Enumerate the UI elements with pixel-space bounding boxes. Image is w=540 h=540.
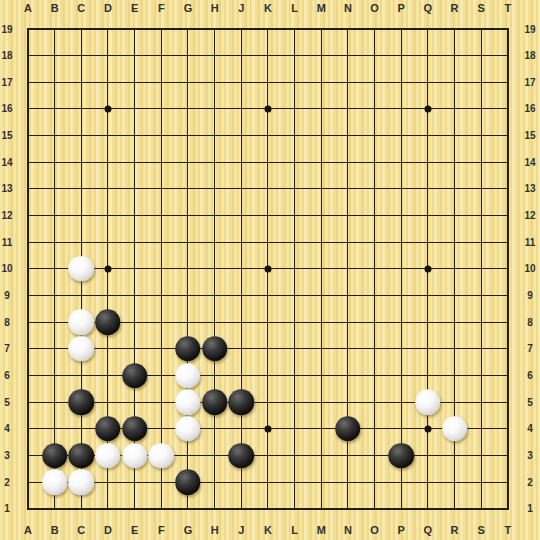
intersection-R6[interactable] bbox=[441, 362, 468, 389]
intersection-K3[interactable] bbox=[255, 442, 282, 469]
intersection-S8[interactable] bbox=[468, 309, 495, 336]
intersection-T2[interactable] bbox=[495, 469, 522, 496]
intersection-C5[interactable] bbox=[68, 389, 95, 416]
intersection-P11[interactable] bbox=[388, 229, 415, 256]
intersection-J15[interactable] bbox=[228, 122, 255, 149]
intersection-G7[interactable] bbox=[175, 336, 202, 363]
intersection-O8[interactable] bbox=[361, 309, 388, 336]
intersection-Q17[interactable] bbox=[415, 69, 442, 96]
intersection-L12[interactable] bbox=[281, 202, 308, 229]
intersection-O14[interactable] bbox=[361, 149, 388, 176]
intersection-K6[interactable] bbox=[255, 362, 282, 389]
black-stone-C5[interactable] bbox=[69, 389, 95, 415]
intersection-R17[interactable] bbox=[441, 69, 468, 96]
intersection-K17[interactable] bbox=[255, 69, 282, 96]
intersection-C4[interactable] bbox=[68, 416, 95, 443]
intersection-B17[interactable] bbox=[41, 69, 68, 96]
white-stone-C10[interactable] bbox=[69, 256, 95, 282]
intersection-A13[interactable] bbox=[15, 176, 42, 203]
black-stone-E4[interactable] bbox=[122, 416, 148, 442]
intersection-R5[interactable] bbox=[441, 389, 468, 416]
intersection-Q12[interactable] bbox=[415, 202, 442, 229]
intersection-C11[interactable] bbox=[68, 229, 95, 256]
intersection-H13[interactable] bbox=[201, 176, 228, 203]
intersection-H11[interactable] bbox=[201, 229, 228, 256]
intersection-N2[interactable] bbox=[335, 469, 362, 496]
intersection-O11[interactable] bbox=[361, 229, 388, 256]
intersection-T8[interactable] bbox=[495, 309, 522, 336]
intersection-B9[interactable] bbox=[41, 282, 68, 309]
intersection-D14[interactable] bbox=[95, 149, 122, 176]
intersection-L15[interactable] bbox=[281, 122, 308, 149]
intersection-A2[interactable] bbox=[15, 469, 42, 496]
intersection-R3[interactable] bbox=[441, 442, 468, 469]
intersection-Q13[interactable] bbox=[415, 176, 442, 203]
intersection-O2[interactable] bbox=[361, 469, 388, 496]
intersection-P8[interactable] bbox=[388, 309, 415, 336]
intersection-L10[interactable] bbox=[281, 256, 308, 283]
intersection-G12[interactable] bbox=[175, 202, 202, 229]
intersection-G5[interactable] bbox=[175, 389, 202, 416]
intersection-M4[interactable] bbox=[308, 416, 335, 443]
intersection-C7[interactable] bbox=[68, 336, 95, 363]
intersection-J2[interactable] bbox=[228, 469, 255, 496]
intersection-G2[interactable] bbox=[175, 469, 202, 496]
intersection-R14[interactable] bbox=[441, 149, 468, 176]
intersection-K14[interactable] bbox=[255, 149, 282, 176]
intersection-M3[interactable] bbox=[308, 442, 335, 469]
intersection-H12[interactable] bbox=[201, 202, 228, 229]
intersection-N6[interactable] bbox=[335, 362, 362, 389]
intersection-P12[interactable] bbox=[388, 202, 415, 229]
intersection-K1[interactable] bbox=[255, 496, 282, 523]
intersection-B4[interactable] bbox=[41, 416, 68, 443]
intersection-S4[interactable] bbox=[468, 416, 495, 443]
intersection-B15[interactable] bbox=[41, 122, 68, 149]
intersection-O19[interactable] bbox=[361, 16, 388, 43]
intersection-H5[interactable] bbox=[201, 389, 228, 416]
intersection-N14[interactable] bbox=[335, 149, 362, 176]
intersection-M18[interactable] bbox=[308, 42, 335, 69]
intersection-S17[interactable] bbox=[468, 69, 495, 96]
intersection-B12[interactable] bbox=[41, 202, 68, 229]
intersection-N16[interactable] bbox=[335, 96, 362, 123]
intersection-D9[interactable] bbox=[95, 282, 122, 309]
intersection-O3[interactable] bbox=[361, 442, 388, 469]
intersection-H4[interactable] bbox=[201, 416, 228, 443]
intersection-Q4[interactable] bbox=[415, 416, 442, 443]
intersection-R16[interactable] bbox=[441, 96, 468, 123]
intersection-L2[interactable] bbox=[281, 469, 308, 496]
intersection-J10[interactable] bbox=[228, 256, 255, 283]
intersection-F3[interactable] bbox=[148, 442, 175, 469]
intersection-Q9[interactable] bbox=[415, 282, 442, 309]
intersection-O13[interactable] bbox=[361, 176, 388, 203]
intersection-J6[interactable] bbox=[228, 362, 255, 389]
intersection-O17[interactable] bbox=[361, 69, 388, 96]
intersection-B8[interactable] bbox=[41, 309, 68, 336]
intersection-D6[interactable] bbox=[95, 362, 122, 389]
intersection-D12[interactable] bbox=[95, 202, 122, 229]
intersection-S2[interactable] bbox=[468, 469, 495, 496]
white-stone-R4[interactable] bbox=[442, 416, 468, 442]
intersection-T5[interactable] bbox=[495, 389, 522, 416]
intersection-N5[interactable] bbox=[335, 389, 362, 416]
intersection-K12[interactable] bbox=[255, 202, 282, 229]
white-stone-F3[interactable] bbox=[149, 443, 175, 469]
intersection-F13[interactable] bbox=[148, 176, 175, 203]
intersection-R12[interactable] bbox=[441, 202, 468, 229]
intersection-A12[interactable] bbox=[15, 202, 42, 229]
intersection-A1[interactable] bbox=[15, 496, 42, 523]
intersection-H15[interactable] bbox=[201, 122, 228, 149]
intersection-D5[interactable] bbox=[95, 389, 122, 416]
intersection-K13[interactable] bbox=[255, 176, 282, 203]
intersection-C12[interactable] bbox=[68, 202, 95, 229]
intersection-M17[interactable] bbox=[308, 69, 335, 96]
intersection-M6[interactable] bbox=[308, 362, 335, 389]
intersection-N3[interactable] bbox=[335, 442, 362, 469]
intersection-T13[interactable] bbox=[495, 176, 522, 203]
intersection-E2[interactable] bbox=[121, 469, 148, 496]
intersection-A19[interactable] bbox=[15, 16, 42, 43]
intersection-G15[interactable] bbox=[175, 122, 202, 149]
intersection-M5[interactable] bbox=[308, 389, 335, 416]
intersection-Q15[interactable] bbox=[415, 122, 442, 149]
intersection-F5[interactable] bbox=[148, 389, 175, 416]
intersection-C2[interactable] bbox=[68, 469, 95, 496]
intersection-P14[interactable] bbox=[388, 149, 415, 176]
intersection-C6[interactable] bbox=[68, 362, 95, 389]
intersection-K7[interactable] bbox=[255, 336, 282, 363]
intersection-O18[interactable] bbox=[361, 42, 388, 69]
intersection-R8[interactable] bbox=[441, 309, 468, 336]
intersection-M16[interactable] bbox=[308, 96, 335, 123]
intersection-S10[interactable] bbox=[468, 256, 495, 283]
intersection-L17[interactable] bbox=[281, 69, 308, 96]
intersection-C10[interactable] bbox=[68, 256, 95, 283]
intersection-K15[interactable] bbox=[255, 122, 282, 149]
intersection-P19[interactable] bbox=[388, 16, 415, 43]
intersection-P13[interactable] bbox=[388, 176, 415, 203]
intersection-T6[interactable] bbox=[495, 362, 522, 389]
intersection-F10[interactable] bbox=[148, 256, 175, 283]
intersection-K16[interactable] bbox=[255, 96, 282, 123]
intersection-C8[interactable] bbox=[68, 309, 95, 336]
intersection-N13[interactable] bbox=[335, 176, 362, 203]
intersection-J13[interactable] bbox=[228, 176, 255, 203]
intersection-P3[interactable] bbox=[388, 442, 415, 469]
intersection-E3[interactable] bbox=[121, 442, 148, 469]
intersection-L14[interactable] bbox=[281, 149, 308, 176]
intersection-O16[interactable] bbox=[361, 96, 388, 123]
intersection-B11[interactable] bbox=[41, 229, 68, 256]
intersection-E6[interactable] bbox=[121, 362, 148, 389]
intersection-J8[interactable] bbox=[228, 309, 255, 336]
intersection-R19[interactable] bbox=[441, 16, 468, 43]
intersection-D15[interactable] bbox=[95, 122, 122, 149]
intersection-O9[interactable] bbox=[361, 282, 388, 309]
intersection-L5[interactable] bbox=[281, 389, 308, 416]
intersection-E4[interactable] bbox=[121, 416, 148, 443]
intersection-N8[interactable] bbox=[335, 309, 362, 336]
intersection-B1[interactable] bbox=[41, 496, 68, 523]
intersection-K11[interactable] bbox=[255, 229, 282, 256]
intersection-K8[interactable] bbox=[255, 309, 282, 336]
intersection-M8[interactable] bbox=[308, 309, 335, 336]
intersection-G16[interactable] bbox=[175, 96, 202, 123]
black-stone-G2[interactable] bbox=[175, 469, 201, 495]
intersection-M11[interactable] bbox=[308, 229, 335, 256]
intersection-S5[interactable] bbox=[468, 389, 495, 416]
intersection-R15[interactable] bbox=[441, 122, 468, 149]
intersection-C14[interactable] bbox=[68, 149, 95, 176]
intersection-E19[interactable] bbox=[121, 16, 148, 43]
intersection-M12[interactable] bbox=[308, 202, 335, 229]
intersection-T12[interactable] bbox=[495, 202, 522, 229]
intersection-E15[interactable] bbox=[121, 122, 148, 149]
intersection-Q8[interactable] bbox=[415, 309, 442, 336]
intersection-S15[interactable] bbox=[468, 122, 495, 149]
intersection-S14[interactable] bbox=[468, 149, 495, 176]
intersection-N18[interactable] bbox=[335, 42, 362, 69]
intersection-O12[interactable] bbox=[361, 202, 388, 229]
intersection-E17[interactable] bbox=[121, 69, 148, 96]
white-stone-G5[interactable] bbox=[175, 389, 201, 415]
intersection-H18[interactable] bbox=[201, 42, 228, 69]
intersection-H19[interactable] bbox=[201, 16, 228, 43]
intersection-B18[interactable] bbox=[41, 42, 68, 69]
intersection-M15[interactable] bbox=[308, 122, 335, 149]
black-stone-B3[interactable] bbox=[42, 443, 68, 469]
intersection-F17[interactable] bbox=[148, 69, 175, 96]
intersection-S3[interactable] bbox=[468, 442, 495, 469]
intersection-Q14[interactable] bbox=[415, 149, 442, 176]
intersection-J5[interactable] bbox=[228, 389, 255, 416]
black-stone-H5[interactable] bbox=[202, 389, 228, 415]
intersection-D11[interactable] bbox=[95, 229, 122, 256]
intersection-R13[interactable] bbox=[441, 176, 468, 203]
intersection-A16[interactable] bbox=[15, 96, 42, 123]
intersection-T9[interactable] bbox=[495, 282, 522, 309]
intersection-G1[interactable] bbox=[175, 496, 202, 523]
intersection-H2[interactable] bbox=[201, 469, 228, 496]
intersection-K9[interactable] bbox=[255, 282, 282, 309]
intersection-B3[interactable] bbox=[41, 442, 68, 469]
intersection-H9[interactable] bbox=[201, 282, 228, 309]
intersection-D3[interactable] bbox=[95, 442, 122, 469]
intersection-F6[interactable] bbox=[148, 362, 175, 389]
intersection-M13[interactable] bbox=[308, 176, 335, 203]
intersection-S7[interactable] bbox=[468, 336, 495, 363]
intersection-D7[interactable] bbox=[95, 336, 122, 363]
intersection-Q3[interactable] bbox=[415, 442, 442, 469]
intersection-K5[interactable] bbox=[255, 389, 282, 416]
intersection-B5[interactable] bbox=[41, 389, 68, 416]
intersection-L3[interactable] bbox=[281, 442, 308, 469]
intersection-M10[interactable] bbox=[308, 256, 335, 283]
intersection-R2[interactable] bbox=[441, 469, 468, 496]
intersection-M2[interactable] bbox=[308, 469, 335, 496]
intersection-A10[interactable] bbox=[15, 256, 42, 283]
intersection-N12[interactable] bbox=[335, 202, 362, 229]
intersection-M7[interactable] bbox=[308, 336, 335, 363]
intersection-E14[interactable] bbox=[121, 149, 148, 176]
intersection-J17[interactable] bbox=[228, 69, 255, 96]
intersection-J14[interactable] bbox=[228, 149, 255, 176]
intersection-F14[interactable] bbox=[148, 149, 175, 176]
black-stone-D4[interactable] bbox=[95, 416, 121, 442]
intersection-D16[interactable] bbox=[95, 96, 122, 123]
black-stone-D8[interactable] bbox=[95, 309, 121, 335]
intersection-J11[interactable] bbox=[228, 229, 255, 256]
intersection-G18[interactable] bbox=[175, 42, 202, 69]
intersection-S6[interactable] bbox=[468, 362, 495, 389]
black-stone-H7[interactable] bbox=[202, 336, 228, 362]
intersection-E10[interactable] bbox=[121, 256, 148, 283]
intersection-R7[interactable] bbox=[441, 336, 468, 363]
intersection-O10[interactable] bbox=[361, 256, 388, 283]
intersection-H8[interactable] bbox=[201, 309, 228, 336]
intersection-P2[interactable] bbox=[388, 469, 415, 496]
intersection-Q16[interactable] bbox=[415, 96, 442, 123]
intersection-A15[interactable] bbox=[15, 122, 42, 149]
intersection-H6[interactable] bbox=[201, 362, 228, 389]
intersection-M9[interactable] bbox=[308, 282, 335, 309]
intersection-F1[interactable] bbox=[148, 496, 175, 523]
intersection-D18[interactable] bbox=[95, 42, 122, 69]
intersection-C17[interactable] bbox=[68, 69, 95, 96]
white-stone-B2[interactable] bbox=[42, 469, 68, 495]
intersection-B10[interactable] bbox=[41, 256, 68, 283]
intersection-L9[interactable] bbox=[281, 282, 308, 309]
intersection-H14[interactable] bbox=[201, 149, 228, 176]
intersection-L19[interactable] bbox=[281, 16, 308, 43]
intersection-D17[interactable] bbox=[95, 69, 122, 96]
intersection-R1[interactable] bbox=[441, 496, 468, 523]
intersection-P16[interactable] bbox=[388, 96, 415, 123]
intersection-G13[interactable] bbox=[175, 176, 202, 203]
intersection-F19[interactable] bbox=[148, 16, 175, 43]
intersection-L16[interactable] bbox=[281, 96, 308, 123]
white-stone-Q5[interactable] bbox=[415, 389, 441, 415]
intersection-R9[interactable] bbox=[441, 282, 468, 309]
intersection-N7[interactable] bbox=[335, 336, 362, 363]
intersection-P7[interactable] bbox=[388, 336, 415, 363]
intersection-G11[interactable] bbox=[175, 229, 202, 256]
intersection-R4[interactable] bbox=[441, 416, 468, 443]
intersection-E16[interactable] bbox=[121, 96, 148, 123]
intersection-R11[interactable] bbox=[441, 229, 468, 256]
white-stone-G6[interactable] bbox=[175, 363, 201, 389]
intersection-T11[interactable] bbox=[495, 229, 522, 256]
intersection-H17[interactable] bbox=[201, 69, 228, 96]
intersection-J16[interactable] bbox=[228, 96, 255, 123]
intersection-D19[interactable] bbox=[95, 16, 122, 43]
intersection-D8[interactable] bbox=[95, 309, 122, 336]
intersection-G6[interactable] bbox=[175, 362, 202, 389]
intersection-P5[interactable] bbox=[388, 389, 415, 416]
intersection-H1[interactable] bbox=[201, 496, 228, 523]
intersection-B6[interactable] bbox=[41, 362, 68, 389]
intersection-F11[interactable] bbox=[148, 229, 175, 256]
intersection-T7[interactable] bbox=[495, 336, 522, 363]
intersection-T4[interactable] bbox=[495, 416, 522, 443]
intersection-F16[interactable] bbox=[148, 96, 175, 123]
intersection-A5[interactable] bbox=[15, 389, 42, 416]
intersection-E9[interactable] bbox=[121, 282, 148, 309]
intersection-N1[interactable] bbox=[335, 496, 362, 523]
intersection-C9[interactable] bbox=[68, 282, 95, 309]
white-stone-D3[interactable] bbox=[95, 443, 121, 469]
intersection-A7[interactable] bbox=[15, 336, 42, 363]
intersection-F18[interactable] bbox=[148, 42, 175, 69]
intersection-E7[interactable] bbox=[121, 336, 148, 363]
intersection-G3[interactable] bbox=[175, 442, 202, 469]
black-stone-J5[interactable] bbox=[229, 389, 255, 415]
intersection-B14[interactable] bbox=[41, 149, 68, 176]
intersection-L7[interactable] bbox=[281, 336, 308, 363]
intersection-K2[interactable] bbox=[255, 469, 282, 496]
intersection-H7[interactable] bbox=[201, 336, 228, 363]
intersection-P6[interactable] bbox=[388, 362, 415, 389]
white-stone-E3[interactable] bbox=[122, 443, 148, 469]
intersection-O6[interactable] bbox=[361, 362, 388, 389]
black-stone-N4[interactable] bbox=[335, 416, 361, 442]
intersection-N17[interactable] bbox=[335, 69, 362, 96]
intersection-Q1[interactable] bbox=[415, 496, 442, 523]
intersection-O4[interactable] bbox=[361, 416, 388, 443]
intersection-Q18[interactable] bbox=[415, 42, 442, 69]
intersection-T16[interactable] bbox=[495, 96, 522, 123]
intersection-H3[interactable] bbox=[201, 442, 228, 469]
intersection-S16[interactable] bbox=[468, 96, 495, 123]
intersection-E8[interactable] bbox=[121, 309, 148, 336]
intersection-N15[interactable] bbox=[335, 122, 362, 149]
intersection-Q10[interactable] bbox=[415, 256, 442, 283]
intersection-D10[interactable] bbox=[95, 256, 122, 283]
intersection-J9[interactable] bbox=[228, 282, 255, 309]
intersection-L13[interactable] bbox=[281, 176, 308, 203]
black-stone-E6[interactable] bbox=[122, 363, 148, 389]
intersection-N9[interactable] bbox=[335, 282, 362, 309]
intersection-A6[interactable] bbox=[15, 362, 42, 389]
intersection-A3[interactable] bbox=[15, 442, 42, 469]
intersection-O15[interactable] bbox=[361, 122, 388, 149]
black-stone-G7[interactable] bbox=[175, 336, 201, 362]
intersection-A11[interactable] bbox=[15, 229, 42, 256]
intersection-A9[interactable] bbox=[15, 282, 42, 309]
intersection-Q2[interactable] bbox=[415, 469, 442, 496]
intersection-E18[interactable] bbox=[121, 42, 148, 69]
intersection-C16[interactable] bbox=[68, 96, 95, 123]
intersection-B2[interactable] bbox=[41, 469, 68, 496]
intersection-R10[interactable] bbox=[441, 256, 468, 283]
intersection-J12[interactable] bbox=[228, 202, 255, 229]
intersection-S18[interactable] bbox=[468, 42, 495, 69]
intersection-T10[interactable] bbox=[495, 256, 522, 283]
intersection-D2[interactable] bbox=[95, 469, 122, 496]
intersection-G10[interactable] bbox=[175, 256, 202, 283]
intersection-F4[interactable] bbox=[148, 416, 175, 443]
intersection-G17[interactable] bbox=[175, 69, 202, 96]
intersection-A14[interactable] bbox=[15, 149, 42, 176]
intersection-E12[interactable] bbox=[121, 202, 148, 229]
white-stone-C7[interactable] bbox=[69, 336, 95, 362]
intersection-E13[interactable] bbox=[121, 176, 148, 203]
intersection-T15[interactable] bbox=[495, 122, 522, 149]
intersection-S12[interactable] bbox=[468, 202, 495, 229]
